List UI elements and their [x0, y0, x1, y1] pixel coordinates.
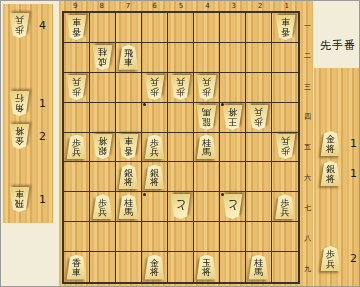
gote-hand-角行[interactable]: 角行1: [9, 91, 46, 116]
cell-8-5[interactable]: 銀将: [90, 133, 116, 163]
shogi-board: 987654321 香車香車成桂飛車歩兵歩兵歩兵歩兵龍馬王将歩兵歩兵銀将香車歩兵…: [59, 1, 313, 287]
cell-4-5[interactable]: 桂馬: [194, 133, 220, 163]
file-label-7: 7: [115, 2, 141, 10]
cell-7-7[interactable]: 桂馬: [116, 192, 142, 222]
shogi-piece-gote[interactable]: と: [170, 194, 191, 219]
cell-5-7[interactable]: と: [168, 192, 194, 222]
cell-2-5[interactable]: [246, 133, 272, 163]
rank-label-2: 二: [302, 41, 313, 71]
star-point: [221, 103, 224, 106]
shogi-piece-sente[interactable]: 飛車: [118, 45, 139, 70]
cell-6-6[interactable]: 銀将: [142, 162, 168, 192]
shogi-piece-sente[interactable]: 金将: [320, 131, 341, 156]
shogi-piece-sente[interactable]: 銀将: [320, 161, 341, 186]
cell-4-7[interactable]: [194, 192, 220, 222]
shogi-piece-gote[interactable]: 歩兵: [9, 13, 30, 38]
cell-9-3[interactable]: 歩兵: [64, 73, 90, 103]
cell-2-9[interactable]: 桂馬: [246, 252, 272, 282]
cell-2-7[interactable]: [246, 192, 272, 222]
cell-7-4[interactable]: [116, 103, 142, 133]
cell-5-6[interactable]: [168, 162, 194, 192]
gote-hand-飛車[interactable]: 飛車1: [9, 187, 46, 212]
sente-piece-stand: 金将1銀将1歩兵2: [314, 68, 359, 287]
cell-1-4[interactable]: [272, 103, 298, 133]
board-grid[interactable]: 香車香車成桂飛車歩兵歩兵歩兵歩兵龍馬王将歩兵歩兵銀将香車歩兵桂馬歩兵銀将銀将歩兵…: [62, 11, 300, 284]
file-label-2: 2: [247, 2, 273, 10]
cell-3-2[interactable]: [220, 43, 246, 73]
cell-1-9[interactable]: [272, 252, 298, 282]
cell-9-1[interactable]: 香車: [64, 13, 90, 43]
hand-count: 1: [350, 167, 357, 180]
rank-label-4: 四: [302, 102, 313, 132]
hand-count: 1: [39, 97, 46, 110]
cell-5-1[interactable]: [168, 13, 194, 43]
cell-3-9[interactable]: [220, 252, 246, 282]
cell-2-1[interactable]: [246, 13, 272, 43]
gote-hand-金将[interactable]: 金将2: [9, 124, 46, 149]
shogi-piece-gote[interactable]: 歩兵: [248, 105, 269, 130]
hand-count: 2: [350, 252, 357, 265]
shogi-piece-gote[interactable]: 歩兵: [196, 75, 217, 100]
shogi-piece-sente[interactable]: 歩兵: [92, 194, 113, 219]
file-label-5: 5: [168, 2, 194, 10]
shogi-piece-sente[interactable]: 金将: [144, 255, 165, 280]
shogi-piece-gote[interactable]: 歩兵: [170, 75, 191, 100]
rank-coordinates: 一二三四五六七八九: [302, 11, 313, 284]
cell-1-8[interactable]: [272, 222, 298, 252]
shogi-piece-gote[interactable]: 香車: [275, 15, 296, 40]
cell-6-5[interactable]: 歩兵: [142, 133, 168, 163]
shogi-piece-gote[interactable]: 歩兵: [66, 75, 87, 100]
cell-3-7[interactable]: と: [220, 192, 246, 222]
shogi-piece-gote[interactable]: 飛車: [9, 187, 30, 212]
cell-9-4[interactable]: [64, 103, 90, 133]
cell-5-9[interactable]: [168, 252, 194, 282]
shogi-piece-sente[interactable]: 桂馬: [248, 255, 269, 280]
sente-hand-銀将[interactable]: 銀将1: [320, 161, 357, 186]
cell-7-5[interactable]: 香車: [116, 133, 142, 163]
sente-hand-歩兵[interactable]: 歩兵2: [320, 246, 357, 271]
cell-8-6[interactable]: [90, 162, 116, 192]
cell-2-4[interactable]: 歩兵: [246, 103, 272, 133]
cell-4-3[interactable]: 歩兵: [194, 73, 220, 103]
cell-9-9[interactable]: 香車: [64, 252, 90, 282]
cell-8-8[interactable]: [90, 222, 116, 252]
hand-count: 1: [350, 137, 357, 150]
rank-label-8: 八: [302, 223, 313, 253]
file-label-4: 4: [194, 2, 220, 10]
shogi-piece-sente[interactable]: 銀将: [118, 164, 139, 189]
file-label-9: 9: [62, 2, 88, 10]
hand-count: 2: [39, 130, 46, 143]
star-point: [143, 103, 146, 106]
file-label-3: 3: [221, 2, 247, 10]
shogi-piece-gote[interactable]: 王将: [222, 105, 243, 130]
cell-8-3[interactable]: [90, 73, 116, 103]
cell-5-2[interactable]: [168, 43, 194, 73]
cell-1-1[interactable]: 香車: [272, 13, 298, 43]
rank-label-5: 五: [302, 132, 313, 162]
gote-hand-歩兵[interactable]: 歩兵4: [9, 13, 46, 38]
cell-4-6[interactable]: [194, 162, 220, 192]
shogi-piece-sente[interactable]: 香車: [66, 255, 87, 280]
cell-1-5[interactable]: 歩兵: [272, 133, 298, 163]
cell-3-8[interactable]: [220, 222, 246, 252]
cell-9-6[interactable]: [64, 162, 90, 192]
cell-6-7[interactable]: [142, 192, 168, 222]
rank-label-1: 一: [302, 11, 313, 41]
shogi-piece-gote[interactable]: と: [222, 194, 243, 219]
shogi-piece-sente[interactable]: 玉将: [196, 255, 217, 280]
star-point: [221, 193, 224, 196]
cell-9-7[interactable]: [64, 192, 90, 222]
cell-2-6[interactable]: [246, 162, 272, 192]
cell-7-2[interactable]: 飛車: [116, 43, 142, 73]
cell-4-2[interactable]: [194, 43, 220, 73]
cell-8-9[interactable]: [90, 252, 116, 282]
rank-label-7: 七: [302, 193, 313, 223]
shogi-piece-gote[interactable]: 歩兵: [275, 134, 296, 159]
cell-7-3[interactable]: [116, 73, 142, 103]
cell-8-7[interactable]: 歩兵: [90, 192, 116, 222]
cell-9-2[interactable]: [64, 43, 90, 73]
gote-piece-stand: 歩兵4角行1金将2飛車1: [3, 4, 53, 223]
cell-6-8[interactable]: [142, 222, 168, 252]
star-point: [143, 193, 146, 196]
hand-count: 4: [39, 19, 46, 32]
shogi-piece-gote[interactable]: 銀将: [92, 134, 113, 159]
cell-1-7[interactable]: 歩兵: [272, 192, 298, 222]
turn-indicator: 先手番: [316, 38, 360, 53]
cell-1-6[interactable]: [272, 162, 298, 192]
rank-label-6: 六: [302, 163, 313, 193]
cell-5-3[interactable]: 歩兵: [168, 73, 194, 103]
cell-3-3[interactable]: [220, 73, 246, 103]
cell-8-1[interactable]: [90, 13, 116, 43]
cell-6-4[interactable]: [142, 103, 168, 133]
shogi-app: 歩兵4角行1金将2飛車1 987654321 香車香車成桂飛車歩兵歩兵歩兵歩兵龍…: [0, 0, 360, 287]
shogi-piece-gote[interactable]: 成桂: [92, 45, 113, 70]
cell-5-5[interactable]: [168, 133, 194, 163]
shogi-piece-sente[interactable]: 歩兵: [66, 134, 87, 159]
cell-4-9[interactable]: 玉将: [194, 252, 220, 282]
cell-3-4[interactable]: 王将: [220, 103, 246, 133]
cell-9-5[interactable]: 歩兵: [64, 133, 90, 163]
shogi-piece-sente[interactable]: 歩兵: [144, 134, 165, 159]
cell-4-4[interactable]: 龍馬: [194, 103, 220, 133]
cell-8-4[interactable]: [90, 103, 116, 133]
shogi-piece-gote[interactable]: 角行: [9, 91, 30, 116]
file-label-1: 1: [274, 2, 300, 10]
cell-2-2[interactable]: [246, 43, 272, 73]
cell-2-8[interactable]: [246, 222, 272, 252]
cell-7-1[interactable]: [116, 13, 142, 43]
cell-6-3[interactable]: 歩兵: [142, 73, 168, 103]
shogi-piece-sente[interactable]: 桂馬: [118, 194, 139, 219]
rank-label-9: 九: [302, 254, 313, 284]
cell-3-5[interactable]: [220, 133, 246, 163]
rank-label-3: 三: [302, 72, 313, 102]
shogi-piece-gote[interactable]: 龍馬: [196, 105, 217, 130]
cell-5-4[interactable]: [168, 103, 194, 133]
cell-7-6[interactable]: 銀将: [116, 162, 142, 192]
shogi-piece-sente[interactable]: 桂馬: [196, 134, 217, 159]
cell-7-8[interactable]: [116, 222, 142, 252]
cell-8-2[interactable]: 成桂: [90, 43, 116, 73]
shogi-piece-gote[interactable]: 金将: [9, 124, 30, 149]
shogi-piece-gote[interactable]: 香車: [118, 134, 139, 159]
sente-hand-金将[interactable]: 金将1: [320, 131, 357, 156]
shogi-piece-sente[interactable]: 歩兵: [320, 246, 341, 271]
cell-3-1[interactable]: [220, 13, 246, 43]
cell-4-8[interactable]: [194, 222, 220, 252]
cell-7-9[interactable]: [116, 252, 142, 282]
file-label-8: 8: [88, 2, 114, 10]
cell-2-3[interactable]: [246, 73, 272, 103]
cell-6-1[interactable]: [142, 13, 168, 43]
shogi-piece-sente[interactable]: 歩兵: [275, 194, 296, 219]
cell-3-6[interactable]: [220, 162, 246, 192]
shogi-piece-sente[interactable]: 銀将: [144, 164, 165, 189]
cell-1-3[interactable]: [272, 73, 298, 103]
cell-6-2[interactable]: [142, 43, 168, 73]
file-label-6: 6: [141, 2, 167, 10]
cell-9-8[interactable]: [64, 222, 90, 252]
cell-5-8[interactable]: [168, 222, 194, 252]
hand-count: 1: [39, 193, 46, 206]
cell-6-9[interactable]: 金将: [142, 252, 168, 282]
shogi-piece-gote[interactable]: 香車: [66, 15, 87, 40]
cell-1-2[interactable]: [272, 43, 298, 73]
shogi-piece-gote[interactable]: 歩兵: [144, 75, 165, 100]
cell-4-1[interactable]: [194, 13, 220, 43]
file-coordinates: 987654321: [62, 2, 300, 10]
